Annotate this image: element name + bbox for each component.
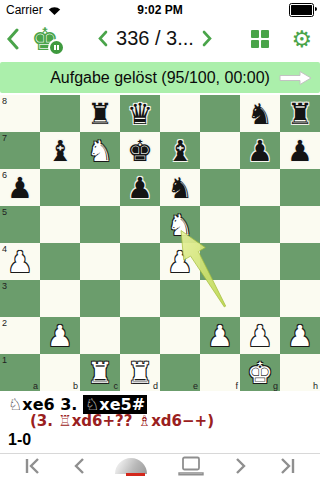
square-c4[interactable] [80, 243, 120, 280]
square-d4[interactable] [120, 243, 160, 280]
white-pawn-piece[interactable]: ♟ [160, 243, 200, 280]
square-g2[interactable]: ♟ [240, 317, 280, 354]
white-pawn-piece[interactable]: ♟ [280, 317, 320, 354]
square-d6[interactable]: ♟ [120, 169, 160, 206]
square-h8[interactable]: ♜ [280, 95, 320, 132]
square-h6[interactable] [280, 169, 320, 206]
bottom-toolbar [0, 454, 320, 478]
next-task-chevron-icon[interactable] [202, 30, 212, 47]
chess-board: 8♜♛♞♜7♝♞♚♝♟♟6♟♟♞5♞4♟♟32♟♟♟♟1abc♜d♜efg♚h [0, 95, 320, 391]
next-move-icon[interactable] [234, 457, 248, 475]
rank-label: 2 [2, 318, 7, 328]
square-a4[interactable]: 4♟ [0, 243, 40, 280]
rank-label: 1 [2, 355, 7, 365]
computer-play-icon[interactable] [177, 456, 205, 476]
square-d1[interactable]: d♜ [120, 354, 160, 391]
rank-label: 5 [2, 207, 7, 217]
battery-icon [289, 3, 314, 17]
white-pawn-piece[interactable]: ♟ [0, 243, 40, 280]
gear-icon[interactable]: ⚙ [291, 27, 312, 51]
chess-king-logo-icon[interactable]: ♚ [27, 22, 63, 56]
white-rook-piece[interactable]: ♜ [80, 354, 120, 391]
square-c2[interactable] [80, 317, 120, 354]
square-g7[interactable]: ♟ [240, 132, 280, 169]
square-b8[interactable] [40, 95, 80, 132]
game-result: 1-0 [8, 430, 312, 450]
black-pawn-piece[interactable]: ♟ [120, 169, 160, 206]
back-chevron-icon[interactable] [6, 28, 19, 50]
square-f7[interactable] [200, 132, 240, 169]
square-h7[interactable]: ♟ [280, 132, 320, 169]
square-g3[interactable] [240, 280, 280, 317]
square-h4[interactable] [280, 243, 320, 280]
skip-to-start-icon[interactable] [23, 457, 43, 475]
square-d2[interactable] [120, 317, 160, 354]
square-h5[interactable] [280, 206, 320, 243]
square-b2[interactable]: ♟ [40, 317, 80, 354]
square-e2[interactable] [160, 317, 200, 354]
square-g1[interactable]: g♚ [240, 354, 280, 391]
square-a7[interactable]: 7 [0, 132, 40, 169]
square-b7[interactable]: ♝ [40, 132, 80, 169]
square-a8[interactable]: 8 [0, 95, 40, 132]
square-f5[interactable] [200, 206, 240, 243]
task-grid-icon[interactable] [251, 30, 269, 48]
wifi-icon [47, 5, 62, 16]
square-b1[interactable]: b [40, 354, 80, 391]
square-h2[interactable]: ♟ [280, 317, 320, 354]
gauge-icon[interactable] [115, 458, 147, 474]
square-e7[interactable]: ♝ [160, 132, 200, 169]
square-d5[interactable] [120, 206, 160, 243]
square-g4[interactable] [240, 243, 280, 280]
square-d3[interactable] [120, 280, 160, 317]
square-f4[interactable] [200, 243, 240, 280]
black-knight-piece[interactable]: ♞ [160, 169, 200, 206]
file-label: h [313, 381, 318, 391]
previous-move-icon[interactable] [72, 457, 86, 475]
square-c7[interactable]: ♞ [80, 132, 120, 169]
square-e8[interactable] [160, 95, 200, 132]
square-e6[interactable]: ♞ [160, 169, 200, 206]
square-a2[interactable]: 2 [0, 317, 40, 354]
black-knight-piece[interactable]: ♞ [240, 95, 280, 132]
square-h3[interactable] [280, 280, 320, 317]
nav-bar: ♚ 336 / 3... ⚙ [0, 20, 320, 57]
solved-banner[interactable]: Aufgabe gelöst (95/100, 00:00) [0, 62, 320, 93]
black-pawn-piece[interactable]: ♟ [240, 132, 280, 169]
white-pawn-piece[interactable]: ♟ [40, 317, 80, 354]
square-e1[interactable]: e [160, 354, 200, 391]
task-counter[interactable]: 336 / 3... [116, 27, 194, 50]
square-b6[interactable] [40, 169, 80, 206]
square-f6[interactable] [200, 169, 240, 206]
white-knight-piece[interactable]: ♞ [160, 206, 200, 243]
square-a5[interactable]: 5 [0, 206, 40, 243]
prev-task-chevron-icon[interactable] [98, 30, 108, 47]
rank-label: 7 [2, 133, 7, 143]
square-f8[interactable] [200, 95, 240, 132]
square-e3[interactable] [160, 280, 200, 317]
square-b5[interactable] [40, 206, 80, 243]
white-pawn-piece[interactable]: ♟ [240, 317, 280, 354]
square-a3[interactable]: 3 [0, 280, 40, 317]
variation-line[interactable]: (3. ♖xd6+?? ♗xd6−+) [8, 413, 312, 430]
square-e4[interactable]: ♟ [160, 243, 200, 280]
white-rook-piece[interactable]: ♜ [120, 354, 160, 391]
pause-badge-icon [48, 39, 65, 56]
rank-label: 3 [2, 281, 7, 291]
square-g6[interactable] [240, 169, 280, 206]
square-e5[interactable]: ♞ [160, 206, 200, 243]
black-bishop-piece[interactable]: ♝ [160, 132, 200, 169]
square-d7[interactable]: ♚ [120, 132, 160, 169]
white-pawn-piece[interactable]: ♟ [200, 317, 240, 354]
square-c6[interactable] [80, 169, 120, 206]
file-label: f [235, 381, 238, 391]
white-knight-piece[interactable]: ♞ [80, 132, 120, 169]
square-f2[interactable]: ♟ [200, 317, 240, 354]
black-bishop-piece[interactable]: ♝ [40, 132, 80, 169]
black-queen-piece[interactable]: ♛ [120, 95, 160, 132]
black-rook-piece[interactable]: ♜ [280, 95, 320, 132]
square-a1[interactable]: 1a [0, 354, 40, 391]
file-label: e [193, 381, 198, 391]
square-h1[interactable]: h [280, 354, 320, 391]
square-g5[interactable] [240, 206, 280, 243]
square-b4[interactable] [40, 243, 80, 280]
file-label: a [33, 381, 38, 391]
black-pawn-piece[interactable]: ♟ [280, 132, 320, 169]
black-pawn-piece[interactable]: ♟ [0, 169, 40, 206]
file-label: b [73, 381, 78, 391]
app-window: Carrier 9:02 PM ♚ 336 / 3... [0, 0, 320, 480]
square-g8[interactable]: ♞ [240, 95, 280, 132]
square-c8[interactable]: ♜ [80, 95, 120, 132]
square-b3[interactable] [40, 280, 80, 317]
square-c1[interactable]: c♜ [80, 354, 120, 391]
next-arrow-icon[interactable] [278, 69, 314, 87]
square-c5[interactable] [80, 206, 120, 243]
square-f1[interactable]: f [200, 354, 240, 391]
square-f3[interactable] [200, 280, 240, 317]
white-king-piece[interactable]: ♚ [240, 354, 280, 391]
skip-to-end-icon[interactable] [277, 457, 297, 475]
status-time: 9:02 PM [116, 3, 204, 17]
notation-panel: ♘xe6 3. ♘xe5# (3. ♖xd6+?? ♗xd6−+) 1-0 [0, 391, 320, 450]
move-list-line[interactable]: ♘xe6 3. ♘xe5# [8, 396, 312, 413]
square-d8[interactable]: ♛ [120, 95, 160, 132]
carrier-label: Carrier [6, 3, 43, 17]
status-bar: Carrier 9:02 PM [0, 0, 320, 20]
square-a6[interactable]: 6♟ [0, 169, 40, 206]
black-king-piece[interactable]: ♚ [120, 132, 160, 169]
rank-label: 8 [2, 96, 7, 106]
black-rook-piece[interactable]: ♜ [80, 95, 120, 132]
solved-banner-text: Aufgabe gelöst (95/100, 00:00) [50, 69, 270, 87]
square-c3[interactable] [80, 280, 120, 317]
